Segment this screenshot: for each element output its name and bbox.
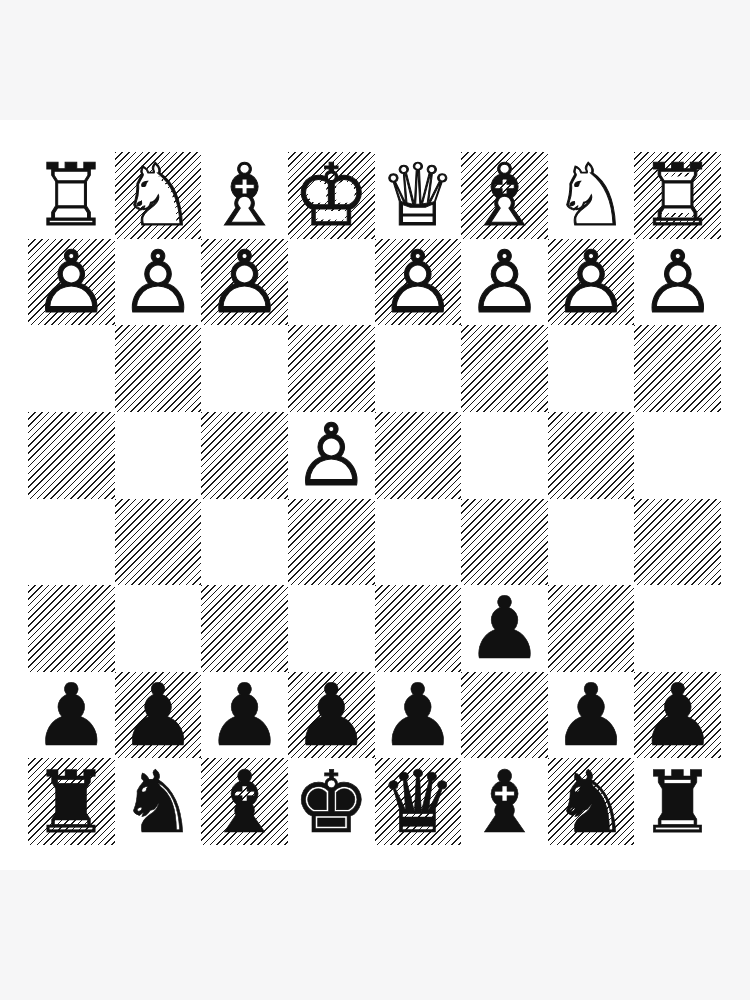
white-pawn-fill: ♟ (548, 239, 635, 326)
square-c7[interactable] (461, 672, 548, 759)
white-bishop: ♗ (461, 152, 548, 239)
square-c2[interactable]: ♟♙ (461, 239, 548, 326)
black-knight: ♞ (548, 758, 635, 845)
square-c3[interactable] (461, 325, 548, 412)
square-h1[interactable]: ♜♖ (28, 152, 115, 239)
square-a1[interactable]: ♜♖ (634, 152, 721, 239)
white-rook-fill: ♜ (634, 152, 721, 239)
white-king: ♔ (288, 152, 375, 239)
square-c8[interactable]: ♝ (461, 758, 548, 845)
square-f4[interactable] (201, 412, 288, 499)
square-g2[interactable]: ♟♙ (115, 239, 202, 326)
square-h7[interactable]: ♟ (28, 672, 115, 759)
square-f2[interactable]: ♟♙ (201, 239, 288, 326)
square-e5[interactable] (288, 499, 375, 586)
white-pawn: ♙ (288, 412, 375, 499)
square-g5[interactable] (115, 499, 202, 586)
square-b8[interactable]: ♞ (548, 758, 635, 845)
square-f7[interactable]: ♟ (201, 672, 288, 759)
black-rook: ♜ (28, 758, 115, 845)
square-g7[interactable]: ♟ (115, 672, 202, 759)
top-margin-band (0, 0, 750, 120)
white-knight: ♘ (115, 152, 202, 239)
square-c6[interactable]: ♟ (461, 585, 548, 672)
chess-board: ♜♖♞♘♝♗♚♔♛♕♝♗♞♘♜♖♟♙♟♙♟♙♟♙♟♙♟♙♟♙♟♙♟♟♟♟♟♟♟♟… (28, 152, 721, 845)
square-e6[interactable] (288, 585, 375, 672)
white-pawn-fill: ♟ (201, 239, 288, 326)
square-g3[interactable] (115, 325, 202, 412)
square-e1[interactable]: ♚♔ (288, 152, 375, 239)
square-d6[interactable] (375, 585, 462, 672)
square-e2[interactable] (288, 239, 375, 326)
white-pawn: ♙ (375, 239, 462, 326)
square-c1[interactable]: ♝♗ (461, 152, 548, 239)
white-knight-fill: ♞ (548, 152, 635, 239)
square-f6[interactable] (201, 585, 288, 672)
square-a5[interactable] (634, 499, 721, 586)
white-king-fill: ♚ (288, 152, 375, 239)
square-g6[interactable] (115, 585, 202, 672)
square-a7[interactable]: ♟ (634, 672, 721, 759)
white-pawn: ♙ (115, 239, 202, 326)
square-g1[interactable]: ♞♘ (115, 152, 202, 239)
white-knight: ♘ (548, 152, 635, 239)
square-f3[interactable] (201, 325, 288, 412)
square-d3[interactable] (375, 325, 462, 412)
chess-diagram-page: ♜♖♞♘♝♗♚♔♛♕♝♗♞♘♜♖♟♙♟♙♟♙♟♙♟♙♟♙♟♙♟♙♟♟♟♟♟♟♟♟… (0, 0, 750, 1000)
square-g8[interactable]: ♞ (115, 758, 202, 845)
bottom-margin-band (0, 870, 750, 1000)
square-b7[interactable]: ♟ (548, 672, 635, 759)
white-queen: ♕ (375, 152, 462, 239)
square-f8[interactable]: ♝ (201, 758, 288, 845)
white-pawn-fill: ♟ (28, 239, 115, 326)
square-b6[interactable] (548, 585, 635, 672)
black-bishop: ♝ (201, 758, 288, 845)
black-pawn: ♟ (201, 672, 288, 759)
square-d8[interactable]: ♛ (375, 758, 462, 845)
square-d2[interactable]: ♟♙ (375, 239, 462, 326)
white-bishop-fill: ♝ (201, 152, 288, 239)
black-bishop: ♝ (461, 758, 548, 845)
white-bishop-fill: ♝ (461, 152, 548, 239)
white-pawn-fill: ♟ (634, 239, 721, 326)
square-f1[interactable]: ♝♗ (201, 152, 288, 239)
square-e4[interactable]: ♟♙ (288, 412, 375, 499)
black-knight: ♞ (115, 758, 202, 845)
square-b3[interactable] (548, 325, 635, 412)
square-b4[interactable] (548, 412, 635, 499)
white-pawn-fill: ♟ (375, 239, 462, 326)
square-d4[interactable] (375, 412, 462, 499)
square-d7[interactable]: ♟ (375, 672, 462, 759)
square-e3[interactable] (288, 325, 375, 412)
black-pawn: ♟ (115, 672, 202, 759)
black-pawn: ♟ (634, 672, 721, 759)
white-queen-fill: ♛ (375, 152, 462, 239)
square-h4[interactable] (28, 412, 115, 499)
square-h5[interactable] (28, 499, 115, 586)
square-d5[interactable] (375, 499, 462, 586)
square-a6[interactable] (634, 585, 721, 672)
square-e8[interactable]: ♚ (288, 758, 375, 845)
black-pawn: ♟ (548, 672, 635, 759)
square-b2[interactable]: ♟♙ (548, 239, 635, 326)
square-a8[interactable]: ♜ (634, 758, 721, 845)
white-rook: ♖ (634, 152, 721, 239)
square-g4[interactable] (115, 412, 202, 499)
square-b5[interactable] (548, 499, 635, 586)
white-pawn: ♙ (461, 239, 548, 326)
white-rook: ♖ (28, 152, 115, 239)
black-queen: ♛ (375, 758, 462, 845)
square-h3[interactable] (28, 325, 115, 412)
white-pawn: ♙ (28, 239, 115, 326)
black-pawn: ♟ (28, 672, 115, 759)
white-bishop: ♗ (201, 152, 288, 239)
white-pawn: ♙ (548, 239, 635, 326)
white-rook-fill: ♜ (28, 152, 115, 239)
white-pawn-fill: ♟ (461, 239, 548, 326)
square-h2[interactable]: ♟♙ (28, 239, 115, 326)
square-c5[interactable] (461, 499, 548, 586)
black-pawn: ♟ (375, 672, 462, 759)
white-pawn-fill: ♟ (115, 239, 202, 326)
square-h8[interactable]: ♜ (28, 758, 115, 845)
square-a4[interactable] (634, 412, 721, 499)
black-rook: ♜ (634, 758, 721, 845)
white-pawn: ♙ (201, 239, 288, 326)
black-pawn: ♟ (461, 585, 548, 672)
white-knight-fill: ♞ (115, 152, 202, 239)
square-a3[interactable] (634, 325, 721, 412)
square-e7[interactable]: ♟ (288, 672, 375, 759)
square-c4[interactable] (461, 412, 548, 499)
white-pawn-fill: ♟ (288, 412, 375, 499)
square-h6[interactable] (28, 585, 115, 672)
square-f5[interactable] (201, 499, 288, 586)
square-b1[interactable]: ♞♘ (548, 152, 635, 239)
square-a2[interactable]: ♟♙ (634, 239, 721, 326)
square-d1[interactable]: ♛♕ (375, 152, 462, 239)
black-king: ♚ (288, 758, 375, 845)
black-pawn: ♟ (288, 672, 375, 759)
artwork-canvas: ♜♖♞♘♝♗♚♔♛♕♝♗♞♘♜♖♟♙♟♙♟♙♟♙♟♙♟♙♟♙♟♙♟♟♟♟♟♟♟♟… (0, 120, 750, 870)
white-pawn: ♙ (634, 239, 721, 326)
